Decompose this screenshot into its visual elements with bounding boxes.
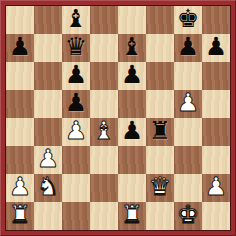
square-e2[interactable] bbox=[118, 174, 146, 202]
square-d4[interactable]: ♝ bbox=[90, 118, 118, 146]
square-e1[interactable]: ♜ bbox=[118, 202, 146, 230]
piece-white-pawn: ♟ bbox=[9, 173, 31, 201]
square-g7[interactable]: ♟ bbox=[174, 34, 202, 62]
square-h3[interactable] bbox=[202, 146, 230, 174]
square-e8[interactable] bbox=[118, 6, 146, 34]
square-f3[interactable] bbox=[146, 146, 174, 174]
piece-white-king: ♚ bbox=[177, 201, 199, 229]
square-c5[interactable]: ♟ bbox=[62, 90, 90, 118]
square-g5[interactable]: ♟ bbox=[174, 90, 202, 118]
square-c1[interactable] bbox=[62, 202, 90, 230]
square-f8[interactable] bbox=[146, 6, 174, 34]
square-e3[interactable] bbox=[118, 146, 146, 174]
piece-white-rook: ♜ bbox=[121, 201, 143, 229]
square-h7[interactable]: ♟ bbox=[202, 34, 230, 62]
square-g6[interactable] bbox=[174, 62, 202, 90]
square-f4[interactable]: ♜ bbox=[146, 118, 174, 146]
square-g8[interactable]: ♚ bbox=[174, 6, 202, 34]
square-c2[interactable] bbox=[62, 174, 90, 202]
square-h6[interactable] bbox=[202, 62, 230, 90]
square-h5[interactable] bbox=[202, 90, 230, 118]
square-d3[interactable] bbox=[90, 146, 118, 174]
square-a1[interactable]: ♜ bbox=[6, 202, 34, 230]
piece-white-rook: ♜ bbox=[9, 201, 31, 229]
piece-white-pawn: ♟ bbox=[205, 173, 227, 201]
square-d5[interactable] bbox=[90, 90, 118, 118]
piece-white-pawn: ♟ bbox=[37, 145, 59, 173]
square-f5[interactable] bbox=[146, 90, 174, 118]
chess-board: ♝♚♟♛♝♟♟♟♟♟♟♟♝♟♜♟♟♞♛♟♜♜♚ bbox=[6, 6, 230, 230]
square-g3[interactable] bbox=[174, 146, 202, 174]
square-c8[interactable]: ♝ bbox=[62, 6, 90, 34]
square-g2[interactable] bbox=[174, 174, 202, 202]
square-f7[interactable] bbox=[146, 34, 174, 62]
piece-black-pawn: ♟ bbox=[65, 61, 87, 89]
square-c7[interactable]: ♛ bbox=[62, 34, 90, 62]
square-e5[interactable] bbox=[118, 90, 146, 118]
square-h8[interactable] bbox=[202, 6, 230, 34]
piece-black-bishop: ♝ bbox=[65, 5, 87, 33]
square-b1[interactable] bbox=[34, 202, 62, 230]
square-f6[interactable] bbox=[146, 62, 174, 90]
square-a6[interactable] bbox=[6, 62, 34, 90]
square-g4[interactable] bbox=[174, 118, 202, 146]
square-d2[interactable] bbox=[90, 174, 118, 202]
square-e7[interactable]: ♝ bbox=[118, 34, 146, 62]
piece-white-knight: ♞ bbox=[37, 173, 59, 201]
square-d7[interactable] bbox=[90, 34, 118, 62]
piece-black-pawn: ♟ bbox=[9, 33, 31, 61]
square-a5[interactable] bbox=[6, 90, 34, 118]
square-e6[interactable]: ♟ bbox=[118, 62, 146, 90]
piece-black-rook: ♜ bbox=[149, 117, 171, 145]
square-c4[interactable]: ♟ bbox=[62, 118, 90, 146]
piece-black-queen: ♛ bbox=[65, 33, 87, 61]
piece-black-bishop: ♝ bbox=[121, 33, 143, 61]
piece-white-pawn: ♟ bbox=[65, 117, 87, 145]
piece-white-pawn: ♟ bbox=[177, 89, 199, 117]
square-b8[interactable] bbox=[34, 6, 62, 34]
square-d8[interactable] bbox=[90, 6, 118, 34]
square-f1[interactable] bbox=[146, 202, 174, 230]
piece-white-bishop: ♝ bbox=[93, 117, 115, 145]
square-h1[interactable] bbox=[202, 202, 230, 230]
square-a7[interactable]: ♟ bbox=[6, 34, 34, 62]
square-e4[interactable]: ♟ bbox=[118, 118, 146, 146]
square-h4[interactable] bbox=[202, 118, 230, 146]
square-b6[interactable] bbox=[34, 62, 62, 90]
square-b4[interactable] bbox=[34, 118, 62, 146]
square-b3[interactable]: ♟ bbox=[34, 146, 62, 174]
square-b5[interactable] bbox=[34, 90, 62, 118]
square-a2[interactable]: ♟ bbox=[6, 174, 34, 202]
piece-black-pawn: ♟ bbox=[121, 61, 143, 89]
square-a4[interactable] bbox=[6, 118, 34, 146]
piece-black-king: ♚ bbox=[177, 5, 199, 33]
square-f2[interactable]: ♛ bbox=[146, 174, 174, 202]
piece-white-queen: ♛ bbox=[149, 173, 171, 201]
square-c3[interactable] bbox=[62, 146, 90, 174]
square-a8[interactable] bbox=[6, 6, 34, 34]
chess-board-frame: ♝♚♟♛♝♟♟♟♟♟♟♟♝♟♜♟♟♞♛♟♜♜♚ bbox=[0, 0, 236, 236]
piece-black-pawn: ♟ bbox=[205, 33, 227, 61]
square-h2[interactable]: ♟ bbox=[202, 174, 230, 202]
square-a3[interactable] bbox=[6, 146, 34, 174]
square-d1[interactable] bbox=[90, 202, 118, 230]
piece-black-pawn: ♟ bbox=[177, 33, 199, 61]
square-b2[interactable]: ♞ bbox=[34, 174, 62, 202]
square-d6[interactable] bbox=[90, 62, 118, 90]
piece-black-pawn: ♟ bbox=[121, 117, 143, 145]
square-b7[interactable] bbox=[34, 34, 62, 62]
piece-black-pawn: ♟ bbox=[65, 89, 87, 117]
square-c6[interactable]: ♟ bbox=[62, 62, 90, 90]
square-g1[interactable]: ♚ bbox=[174, 202, 202, 230]
